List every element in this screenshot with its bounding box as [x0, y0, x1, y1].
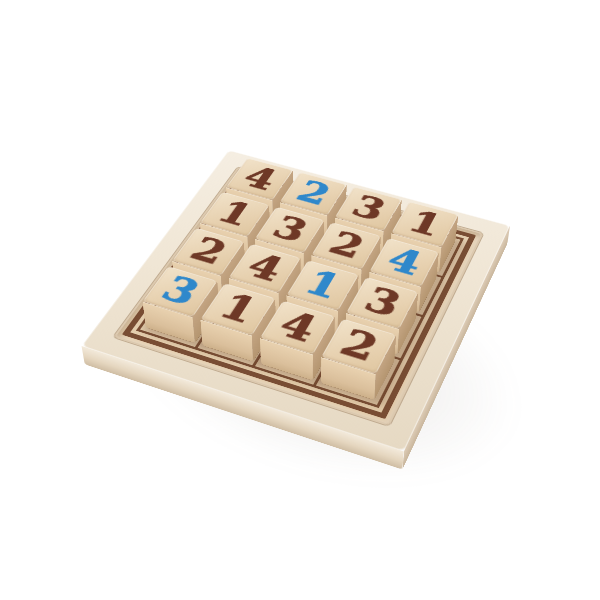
block-number: 1	[212, 197, 258, 231]
block-top-face: 4	[226, 158, 293, 200]
block-number: 1	[300, 266, 347, 304]
block-number: 2	[335, 325, 384, 367]
block-number: 1	[404, 206, 447, 240]
block-top-face: 1	[391, 201, 458, 247]
block-number: 4	[241, 249, 288, 286]
block-number: 3	[359, 283, 406, 322]
block-number: 2	[324, 227, 369, 263]
block-number: 2	[185, 233, 233, 269]
block-number: 4	[382, 243, 427, 280]
block-number: 3	[267, 212, 312, 247]
block-number: 3	[156, 272, 206, 310]
block-number: 4	[238, 162, 282, 194]
block-number: 1	[214, 289, 263, 329]
product-photo-scene: 4231132424133142	[0, 0, 600, 600]
block-number: 3	[347, 191, 390, 225]
block-number: 2	[292, 177, 336, 210]
block-number: 4	[273, 306, 322, 347]
